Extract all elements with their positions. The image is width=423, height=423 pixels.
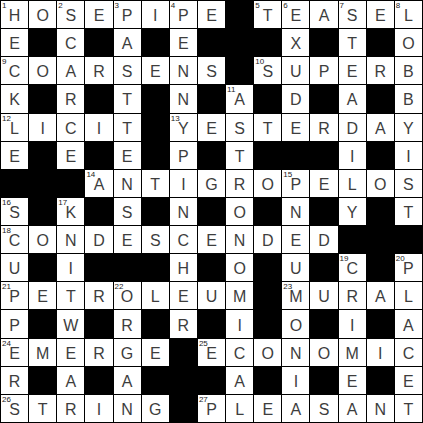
cell-r10-c13[interactable]: A: [367, 282, 394, 309]
cell-r1-c6[interactable]: E: [170, 29, 197, 56]
cell-r4-c1[interactable]: I: [29, 114, 56, 141]
cell-r14-c9[interactable]: E: [254, 395, 281, 422]
block-r5-c9: [254, 142, 281, 169]
cell-r4-c6[interactable]: 13Y: [170, 114, 197, 141]
cell-r3-c10[interactable]: D: [282, 85, 309, 112]
cell-r12-c12[interactable]: M: [339, 339, 366, 366]
cell-letter: E: [65, 345, 76, 363]
cell-letter: T: [38, 401, 48, 419]
cell-r12-c8[interactable]: C: [226, 339, 253, 366]
cell-r14-c1[interactable]: T: [29, 395, 56, 422]
cell-r10-c3[interactable]: R: [85, 282, 112, 309]
cell-r12-c7[interactable]: 25E: [198, 339, 225, 366]
cell-r10-c14[interactable]: L: [395, 282, 422, 309]
cell-letter: E: [206, 120, 217, 138]
cell-r9-c2[interactable]: I: [57, 254, 84, 281]
cell-r14-c12[interactable]: A: [339, 395, 366, 422]
cell-r8-c4[interactable]: E: [114, 226, 141, 253]
cell-r7-c14[interactable]: T: [395, 198, 422, 225]
clue-number-20: 20: [396, 254, 405, 263]
cell-letter: H: [178, 260, 190, 278]
clue-number-25: 25: [199, 339, 208, 348]
cell-r0-c2[interactable]: 2S: [57, 1, 84, 28]
cell-r0-c3[interactable]: E: [85, 1, 112, 28]
cell-r8-c0[interactable]: 18C: [1, 226, 28, 253]
cell-r2-c1[interactable]: O: [29, 57, 56, 84]
cell-r12-c10[interactable]: N: [282, 339, 309, 366]
cell-r6-c6[interactable]: I: [170, 170, 197, 197]
cell-letter: O: [36, 63, 48, 81]
cell-r12-c14[interactable]: C: [395, 339, 422, 366]
cell-r13-c8[interactable]: A: [226, 367, 253, 394]
cell-r8-c3[interactable]: D: [85, 226, 112, 253]
cell-letter: A: [375, 120, 386, 138]
cell-r4-c9[interactable]: T: [254, 114, 281, 141]
cell-r9-c6[interactable]: H: [170, 254, 197, 281]
cell-letter: I: [69, 260, 73, 278]
block-r3-c13: [367, 85, 394, 112]
cell-letter: M: [36, 345, 49, 363]
cell-r12-c13[interactable]: I: [367, 339, 394, 366]
block-r9-c4: [114, 254, 141, 281]
cell-r4-c14[interactable]: Y: [395, 114, 422, 141]
cell-r9-c8[interactable]: O: [226, 254, 253, 281]
cell-letter: N: [290, 204, 302, 222]
cell-r10-c6[interactable]: E: [170, 282, 197, 309]
cell-r11-c12[interactable]: I: [339, 310, 366, 337]
cell-r5-c14[interactable]: I: [395, 142, 422, 169]
cell-letter: E: [37, 288, 48, 306]
cell-r0-c7[interactable]: E: [198, 1, 225, 28]
cell-letter: O: [233, 204, 245, 222]
cell-r3-c6[interactable]: N: [170, 85, 197, 112]
cell-letter: A: [65, 373, 76, 391]
cell-r1-c2[interactable]: C: [57, 29, 84, 56]
cell-r3-c14[interactable]: B: [395, 85, 422, 112]
cell-r14-c3[interactable]: I: [85, 395, 112, 422]
cell-r3-c2[interactable]: R: [57, 85, 84, 112]
cell-r2-c10[interactable]: U: [282, 57, 309, 84]
clue-number-10: 10: [255, 57, 264, 66]
cell-r2-c4[interactable]: S: [114, 57, 141, 84]
cell-letter: C: [234, 345, 246, 363]
cell-r8-c9[interactable]: D: [254, 226, 281, 253]
cell-r0-c6[interactable]: 4P: [170, 1, 197, 28]
cell-r2-c12[interactable]: E: [339, 57, 366, 84]
cell-r0-c12[interactable]: 7S: [339, 1, 366, 28]
block-r5-c7: [198, 142, 225, 169]
cell-r8-c2[interactable]: N: [57, 226, 84, 253]
cell-r6-c8[interactable]: R: [226, 170, 253, 197]
cell-r10-c8[interactable]: M: [226, 282, 253, 309]
cell-letter: T: [66, 288, 76, 306]
cell-r7-c10[interactable]: N: [282, 198, 309, 225]
cell-letter: E: [375, 7, 386, 25]
cell-letter: T: [404, 401, 414, 419]
clue-number-2: 2: [58, 1, 62, 10]
cell-r6-c3[interactable]: 14A: [85, 170, 112, 197]
cell-letter: K: [9, 91, 20, 109]
block-r11-c7: [198, 310, 225, 337]
cell-r9-c12[interactable]: 19C: [339, 254, 366, 281]
block-r3-c1: [29, 85, 56, 112]
cell-r2-c14[interactable]: B: [395, 57, 422, 84]
cell-r4-c10[interactable]: E: [282, 114, 309, 141]
cell-r7-c0[interactable]: 16S: [1, 198, 28, 225]
cell-letter: H: [9, 7, 21, 25]
block-r5-c10: [282, 142, 309, 169]
cell-letter: N: [178, 204, 190, 222]
cell-r11-c2[interactable]: W: [57, 310, 84, 337]
cell-r14-c0[interactable]: 26S: [1, 395, 28, 422]
cell-letter: N: [121, 176, 133, 194]
cell-r11-c14[interactable]: A: [395, 310, 422, 337]
cell-letter: E: [319, 176, 330, 194]
cell-letter: S: [150, 232, 161, 250]
cell-letter: E: [150, 63, 161, 81]
cell-letter: T: [404, 204, 414, 222]
cell-r0-c1[interactable]: O: [29, 1, 56, 28]
cell-letter: E: [122, 148, 133, 166]
cell-r4-c12[interactable]: D: [339, 114, 366, 141]
cell-r13-c10[interactable]: I: [282, 367, 309, 394]
cell-r2-c11[interactable]: P: [310, 57, 337, 84]
cell-letter: B: [403, 63, 414, 81]
block-r3-c9: [254, 85, 281, 112]
block-r1-c3: [85, 29, 112, 56]
cell-r3-c8[interactable]: 11A: [226, 85, 253, 112]
cell-letter: N: [65, 232, 77, 250]
block-r11-c11: [310, 310, 337, 337]
cell-r8-c5[interactable]: S: [142, 226, 169, 253]
cell-letter: R: [318, 120, 330, 138]
cell-r6-c14[interactable]: S: [395, 170, 422, 197]
cell-r10-c0[interactable]: 21P: [1, 282, 28, 309]
cell-r1-c14[interactable]: O: [395, 29, 422, 56]
block-r7-c1: [29, 198, 56, 225]
cell-r10-c4[interactable]: 22O: [114, 282, 141, 309]
cell-r14-c14[interactable]: T: [395, 395, 422, 422]
cell-r10-c10[interactable]: 23M: [282, 282, 309, 309]
cell-r2-c2[interactable]: A: [57, 57, 84, 84]
cell-r0-c11[interactable]: A: [310, 1, 337, 28]
cell-r7-c6[interactable]: N: [170, 198, 197, 225]
cell-r8-c11[interactable]: D: [310, 226, 337, 253]
cell-letter: L: [10, 120, 19, 138]
cell-r5-c4[interactable]: E: [114, 142, 141, 169]
cell-r0-c5[interactable]: I: [142, 1, 169, 28]
cell-r4-c0[interactable]: 12L: [1, 114, 28, 141]
cell-letter: R: [121, 317, 133, 335]
cell-r13-c2[interactable]: A: [57, 367, 84, 394]
cell-letter: L: [348, 176, 357, 194]
cell-letter: U: [206, 288, 218, 306]
cell-r14-c10[interactable]: A: [282, 395, 309, 422]
cell-r6-c13[interactable]: O: [367, 170, 394, 197]
cell-r10-c2[interactable]: T: [57, 282, 84, 309]
cell-r6-c9[interactable]: O: [254, 170, 281, 197]
cell-r0-c13[interactable]: E: [367, 1, 394, 28]
cell-letter: O: [262, 345, 274, 363]
clue-number-7: 7: [340, 1, 344, 10]
cell-letter: U: [290, 260, 302, 278]
cell-letter: I: [294, 373, 298, 391]
cell-r5-c0[interactable]: E: [1, 142, 28, 169]
cell-r13-c12[interactable]: E: [339, 367, 366, 394]
block-r9-c11: [310, 254, 337, 281]
block-r7-c11: [310, 198, 337, 225]
cell-letter: I: [153, 7, 157, 25]
block-r9-c3: [85, 254, 112, 281]
cell-r7-c8[interactable]: O: [226, 198, 253, 225]
cell-r3-c4[interactable]: T: [114, 85, 141, 112]
block-r0-c8: [226, 1, 253, 28]
cell-r4-c11[interactable]: R: [310, 114, 337, 141]
cell-r2-c13[interactable]: R: [367, 57, 394, 84]
cell-r7-c2[interactable]: 17K: [57, 198, 84, 225]
cell-r13-c14[interactable]: E: [395, 367, 422, 394]
cell-letter: T: [347, 35, 357, 53]
cell-r6-c4[interactable]: N: [114, 170, 141, 197]
cell-r4-c7[interactable]: E: [198, 114, 225, 141]
block-r13-c9: [254, 367, 281, 394]
cell-letter: E: [178, 288, 189, 306]
block-r13-c13: [367, 367, 394, 394]
cell-r9-c10[interactable]: U: [282, 254, 309, 281]
cell-letter: O: [402, 35, 414, 53]
cell-r2-c3[interactable]: R: [85, 57, 112, 84]
cell-r12-c0[interactable]: 24E: [1, 339, 28, 366]
cell-r10-c7[interactable]: U: [198, 282, 225, 309]
cell-r11-c4[interactable]: R: [114, 310, 141, 337]
cell-r4-c2[interactable]: C: [57, 114, 84, 141]
clue-number-22: 22: [115, 282, 124, 291]
cell-letter: R: [9, 373, 21, 391]
block-r1-c1: [29, 29, 56, 56]
cell-letter: W: [63, 317, 78, 335]
cell-letter: E: [178, 35, 189, 53]
cell-letter: D: [262, 232, 274, 250]
cell-letter: N: [375, 401, 387, 419]
cell-letter: G: [205, 176, 217, 194]
cell-letter: A: [347, 91, 358, 109]
cell-r6-c12[interactable]: L: [339, 170, 366, 197]
cell-r5-c2[interactable]: E: [57, 142, 84, 169]
cell-r13-c0[interactable]: R: [1, 367, 28, 394]
cell-r8-c8[interactable]: N: [226, 226, 253, 253]
block-r13-c3: [85, 367, 112, 394]
cell-letter: I: [237, 317, 241, 335]
cell-letter: S: [234, 120, 245, 138]
cell-letter: A: [347, 401, 358, 419]
cell-r14-c13[interactable]: N: [367, 395, 394, 422]
cell-r7-c4[interactable]: S: [114, 198, 141, 225]
cell-r10-c11[interactable]: U: [310, 282, 337, 309]
block-r13-c7: [198, 367, 225, 394]
cell-r2-c5[interactable]: E: [142, 57, 169, 84]
cell-letter: O: [36, 7, 48, 25]
cell-r6-c11[interactable]: E: [310, 170, 337, 197]
cell-r12-c9[interactable]: O: [254, 339, 281, 366]
clue-number-1: 1: [2, 1, 6, 10]
cell-letter: I: [97, 120, 101, 138]
cell-r4-c4[interactable]: T: [114, 114, 141, 141]
clue-number-6: 6: [283, 1, 287, 10]
block-r8-c14: [395, 226, 422, 253]
cell-r7-c12[interactable]: Y: [339, 198, 366, 225]
cell-letter: O: [262, 176, 274, 194]
cell-r1-c0[interactable]: E: [1, 29, 28, 56]
cell-r0-c9[interactable]: 5T: [254, 1, 281, 28]
cell-letter: A: [122, 373, 133, 391]
cell-letter: E: [291, 120, 302, 138]
clue-number-5: 5: [255, 1, 259, 10]
cell-r9-c0[interactable]: U: [1, 254, 28, 281]
cell-letter: E: [206, 7, 217, 25]
clue-number-11: 11: [227, 85, 235, 94]
cell-r2-c7[interactable]: S: [198, 57, 225, 84]
block-r5-c1: [29, 142, 56, 169]
cell-letter: O: [36, 232, 48, 250]
cell-letter: P: [122, 7, 133, 25]
cell-r9-c14[interactable]: 20P: [395, 254, 422, 281]
block-r7-c5: [142, 198, 169, 225]
cell-r13-c4[interactable]: A: [114, 367, 141, 394]
cell-r8-c7[interactable]: E: [198, 226, 225, 253]
block-r6-c0: [1, 170, 28, 197]
cell-letter: R: [93, 288, 105, 306]
cell-r5-c6[interactable]: P: [170, 142, 197, 169]
cell-letter: E: [150, 345, 161, 363]
block-r11-c3: [85, 310, 112, 337]
clue-number-18: 18: [2, 226, 11, 235]
block-r3-c3: [85, 85, 112, 112]
cell-r14-c5[interactable]: G: [142, 395, 169, 422]
cell-letter: S: [319, 401, 330, 419]
cell-letter: B: [403, 91, 414, 109]
cell-letter: S: [347, 7, 358, 25]
cell-r14-c4[interactable]: N: [114, 395, 141, 422]
cell-r0-c4[interactable]: 3P: [114, 1, 141, 28]
cell-r11-c6[interactable]: R: [170, 310, 197, 337]
cell-letter: O: [318, 345, 330, 363]
cell-letter: U: [9, 260, 21, 278]
cell-r1-c4[interactable]: A: [114, 29, 141, 56]
cell-r3-c0[interactable]: K: [1, 85, 28, 112]
cell-letter: C: [65, 120, 77, 138]
block-r1-c7: [198, 29, 225, 56]
cell-letter: X: [291, 35, 302, 53]
block-r5-c5: [142, 142, 169, 169]
cell-letter: N: [121, 401, 133, 419]
cell-r2-c0[interactable]: 9C: [1, 57, 28, 84]
cell-r12-c3[interactable]: R: [85, 339, 112, 366]
block-r7-c13: [367, 198, 394, 225]
clue-number-8: 8: [396, 1, 400, 10]
cell-r2-c9[interactable]: 10S: [254, 57, 281, 84]
cell-r6-c10[interactable]: 15P: [282, 170, 309, 197]
block-r2-c8: [226, 57, 253, 84]
block-r9-c7: [198, 254, 225, 281]
cell-r12-c4[interactable]: G: [114, 339, 141, 366]
cell-letter: E: [403, 373, 414, 391]
cell-r0-c14[interactable]: 8L: [395, 1, 422, 28]
clue-number-24: 24: [2, 339, 11, 348]
cell-r0-c0[interactable]: 1H: [1, 1, 28, 28]
cell-r12-c11[interactable]: O: [310, 339, 337, 366]
cell-r0-c10[interactable]: 6E: [282, 1, 309, 28]
cell-r5-c12[interactable]: I: [339, 142, 366, 169]
cell-r1-c12[interactable]: T: [339, 29, 366, 56]
clue-number-3: 3: [115, 1, 119, 10]
cell-letter: R: [234, 176, 246, 194]
cell-r10-c1[interactable]: E: [29, 282, 56, 309]
cell-letter: I: [350, 317, 354, 335]
cell-r14-c2[interactable]: R: [57, 395, 84, 422]
cell-r12-c5[interactable]: E: [142, 339, 169, 366]
cell-letter: C: [178, 232, 190, 250]
cell-r11-c8[interactable]: I: [226, 310, 253, 337]
block-r13-c6: [170, 367, 197, 394]
clue-number-12: 12: [2, 114, 11, 123]
cell-r4-c8[interactable]: S: [226, 114, 253, 141]
cell-r5-c8[interactable]: T: [226, 142, 253, 169]
cell-letter: A: [122, 35, 133, 53]
cell-letter: C: [9, 63, 21, 81]
cell-letter: A: [319, 7, 330, 25]
cell-letter: P: [9, 317, 20, 335]
cell-r2-c6[interactable]: N: [170, 57, 197, 84]
cell-letter: O: [374, 176, 386, 194]
cell-r6-c5[interactable]: T: [142, 170, 169, 197]
cell-letter: C: [65, 35, 77, 53]
cell-r12-c2[interactable]: E: [57, 339, 84, 366]
cell-r14-c11[interactable]: S: [310, 395, 337, 422]
cell-r3-c12[interactable]: A: [339, 85, 366, 112]
cell-letter: T: [150, 176, 160, 194]
cell-r8-c6[interactable]: C: [170, 226, 197, 253]
block-r7-c7: [198, 198, 225, 225]
cell-letter: S: [122, 204, 133, 222]
cell-r6-c7[interactable]: G: [198, 170, 225, 197]
cell-r4-c3[interactable]: I: [85, 114, 112, 141]
clue-number-9: 9: [2, 57, 6, 66]
cell-r8-c10[interactable]: E: [282, 226, 309, 253]
block-r9-c13: [367, 254, 394, 281]
cell-letter: I: [181, 176, 185, 194]
cell-r10-c12[interactable]: R: [339, 282, 366, 309]
cell-r14-c8[interactable]: L: [226, 395, 253, 422]
clue-number-26: 26: [2, 395, 11, 404]
cell-letter: P: [178, 148, 189, 166]
cell-r10-c5[interactable]: L: [142, 282, 169, 309]
clue-number-19: 19: [340, 254, 349, 263]
crossword-grid: 1HO2SE3PI4PE5T6EA7SE8LECAEXTO9COARSENS10…: [0, 0, 423, 423]
block-r5-c13: [367, 142, 394, 169]
cell-r8-c1[interactable]: O: [29, 226, 56, 253]
cell-letter: N: [178, 63, 190, 81]
cell-r11-c0[interactable]: P: [1, 310, 28, 337]
cell-letter: D: [290, 91, 302, 109]
clue-number-13: 13: [171, 114, 180, 123]
cell-letter: Y: [403, 120, 414, 138]
cell-r1-c10[interactable]: X: [282, 29, 309, 56]
cell-r14-c7[interactable]: 27P: [198, 395, 225, 422]
cell-r11-c10[interactable]: O: [282, 310, 309, 337]
cell-r12-c1[interactable]: M: [29, 339, 56, 366]
cell-r4-c13[interactable]: A: [367, 114, 394, 141]
cell-letter: D: [318, 232, 330, 250]
